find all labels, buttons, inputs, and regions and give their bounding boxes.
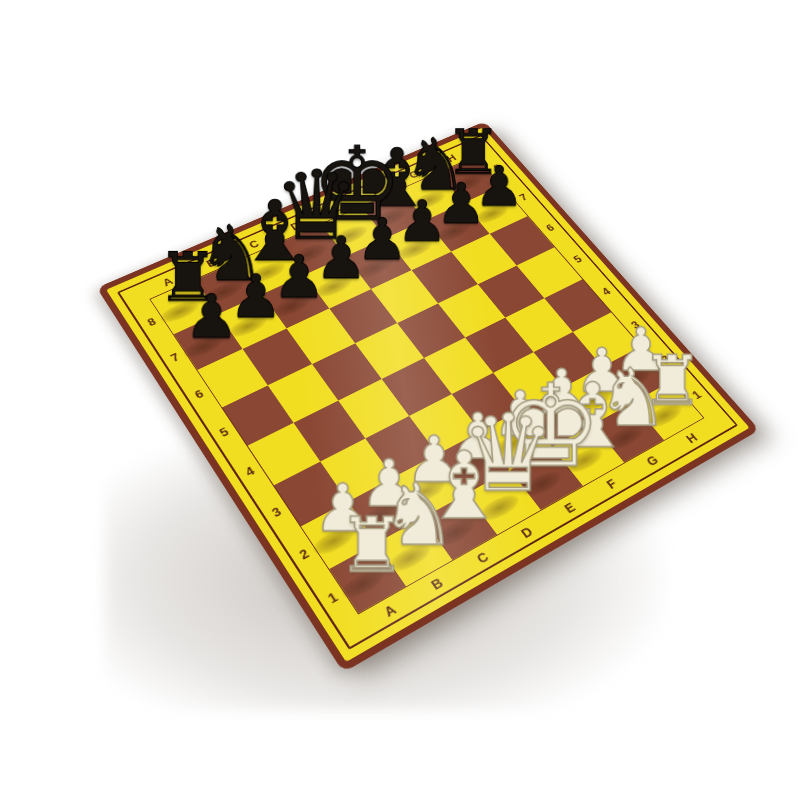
piece-white-rook[interactable]: ♜	[305, 508, 439, 584]
board-scene: ABCDEFGH ABCDEFGH 87654321 87654321 ♜♞♝♛…	[153, 87, 695, 629]
board-tilt-wrapper: ABCDEFGH ABCDEFGH 87654321 87654321 ♜♞♝♛…	[153, 87, 695, 629]
board-field: ♜♞♝♛♚♝♞♜♟♟♟♟♟♟♟♟♟♟♟♟♟♟♟♟♜♞♝♛♚♝♞♜	[151, 157, 703, 613]
piece-black-pawn[interactable]: ♟	[151, 286, 272, 347]
